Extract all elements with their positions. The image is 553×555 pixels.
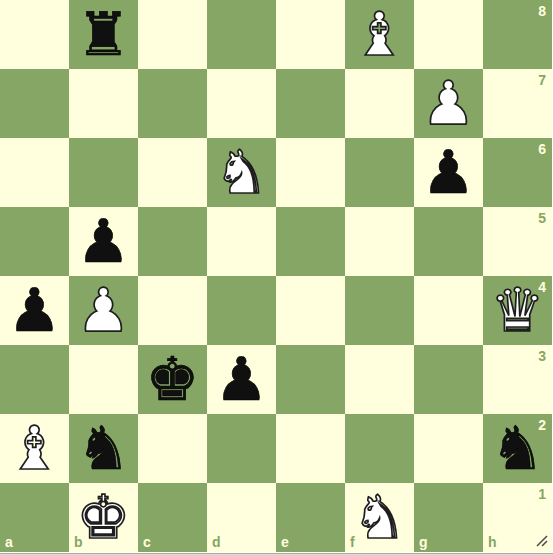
black-pawn-d3[interactable]: ♟ [207,345,276,414]
square-d7[interactable] [207,69,276,138]
square-b3[interactable] [69,345,138,414]
white-king-b1[interactable]: ♚ [69,483,138,552]
square-c7[interactable] [138,69,207,138]
white-pawn-g7[interactable]: ♟ [414,69,483,138]
square-d4[interactable] [207,276,276,345]
square-c1[interactable]: c [138,483,207,552]
square-b7[interactable] [69,69,138,138]
black-pawn-a4[interactable]: ♟ [0,276,69,345]
square-a2[interactable]: ♝ [0,414,69,483]
square-f6[interactable] [345,138,414,207]
white-queen-h4[interactable]: ♛ [483,276,552,345]
square-d2[interactable] [207,414,276,483]
square-g3[interactable] [414,345,483,414]
square-a3[interactable] [0,345,69,414]
square-e2[interactable] [276,414,345,483]
square-d3[interactable]: ♟ [207,345,276,414]
square-a1[interactable]: a [0,483,69,552]
square-a8[interactable] [0,0,69,69]
white-bishop-f8[interactable]: ♝ [345,0,414,69]
square-d6[interactable]: ♞ [207,138,276,207]
square-a5[interactable] [0,207,69,276]
square-b2[interactable]: ♞ [69,414,138,483]
square-b6[interactable] [69,138,138,207]
square-e5[interactable] [276,207,345,276]
rank-label-1: 1 [538,486,546,502]
square-f4[interactable] [345,276,414,345]
square-b8[interactable]: ♜ [69,0,138,69]
resize-handle-icon[interactable] [536,535,548,547]
square-e4[interactable] [276,276,345,345]
rank-label-3: 3 [538,348,546,364]
square-h4[interactable]: ♛4 [483,276,552,345]
square-f8[interactable]: ♝ [345,0,414,69]
square-a7[interactable] [0,69,69,138]
square-a6[interactable] [0,138,69,207]
square-c6[interactable] [138,138,207,207]
white-pawn-b4[interactable]: ♟ [69,276,138,345]
square-g7[interactable]: ♟ [414,69,483,138]
white-knight-f1[interactable]: ♞ [345,483,414,552]
file-label-e: e [281,534,289,550]
chess-board: ♜♝8♟7♞♟6♟5♟♟♛4♚♟3♝♞♞2a♚bcde♞fg1h [0,0,552,552]
square-f1[interactable]: ♞f [345,483,414,552]
white-knight-d6[interactable]: ♞ [207,138,276,207]
square-h3[interactable]: 3 [483,345,552,414]
square-h7[interactable]: 7 [483,69,552,138]
square-c2[interactable] [138,414,207,483]
square-c5[interactable] [138,207,207,276]
black-pawn-g6[interactable]: ♟ [414,138,483,207]
page: ♜♝8♟7♞♟6♟5♟♟♛4♚♟3♝♞♞2a♚bcde♞fg1h [0,0,553,555]
black-pawn-b5[interactable]: ♟ [69,207,138,276]
square-g6[interactable]: ♟ [414,138,483,207]
square-b5[interactable]: ♟ [69,207,138,276]
file-label-d: d [212,534,221,550]
square-f7[interactable] [345,69,414,138]
black-knight-b2[interactable]: ♞ [69,414,138,483]
square-e1[interactable]: e [276,483,345,552]
file-label-h: h [488,534,497,550]
square-c4[interactable] [138,276,207,345]
square-g2[interactable] [414,414,483,483]
square-b4[interactable]: ♟ [69,276,138,345]
square-g5[interactable] [414,207,483,276]
square-d5[interactable] [207,207,276,276]
square-g4[interactable] [414,276,483,345]
file-label-g: g [419,534,428,550]
rank-label-7: 7 [538,72,546,88]
black-knight-h2[interactable]: ♞ [483,414,552,483]
square-h5[interactable]: 5 [483,207,552,276]
file-label-c: c [143,534,151,550]
square-h2[interactable]: ♞2 [483,414,552,483]
black-rook-b8[interactable]: ♜ [69,0,138,69]
square-g8[interactable] [414,0,483,69]
square-f2[interactable] [345,414,414,483]
square-b1[interactable]: ♚b [69,483,138,552]
square-e7[interactable] [276,69,345,138]
square-d1[interactable]: d [207,483,276,552]
square-g1[interactable]: g [414,483,483,552]
square-f3[interactable] [345,345,414,414]
square-c3[interactable]: ♚ [138,345,207,414]
square-h8[interactable]: 8 [483,0,552,69]
square-h6[interactable]: 6 [483,138,552,207]
rank-label-5: 5 [538,210,546,226]
square-e3[interactable] [276,345,345,414]
square-e6[interactable] [276,138,345,207]
square-c8[interactable] [138,0,207,69]
square-a4[interactable]: ♟ [0,276,69,345]
white-bishop-a2[interactable]: ♝ [0,414,69,483]
square-e8[interactable] [276,0,345,69]
square-d8[interactable] [207,0,276,69]
square-f5[interactable] [345,207,414,276]
black-king-c3[interactable]: ♚ [138,345,207,414]
rank-label-8: 8 [538,3,546,19]
rank-label-6: 6 [538,141,546,157]
file-label-a: a [5,534,13,550]
